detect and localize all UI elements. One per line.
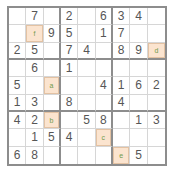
cell-r3c6[interactable] — [96, 43, 113, 60]
cell-r7c6[interactable]: 8 — [96, 112, 113, 129]
cell-r7c3[interactable]: b — [44, 112, 61, 129]
cell-r3c5[interactable]: 4 — [78, 43, 95, 60]
cell-r3c9[interactable]: d — [148, 43, 165, 60]
cell-r5c7[interactable]: 1 — [113, 77, 130, 94]
cell-r2c5[interactable] — [78, 25, 95, 42]
cell-r6c6[interactable] — [96, 95, 113, 112]
cell-r7c2[interactable]: 2 — [26, 112, 43, 129]
cell-r2c8[interactable] — [130, 25, 147, 42]
cell-r1c8[interactable]: 4 — [130, 8, 147, 25]
cell-r1c7[interactable]: 3 — [113, 8, 130, 25]
cell-r6c7[interactable]: 4 — [113, 95, 130, 112]
cell-r3c1[interactable]: 2 — [9, 43, 26, 60]
cell-r5c8[interactable]: 6 — [130, 77, 147, 94]
cell-r4c3[interactable] — [44, 60, 61, 77]
cell-r2c2[interactable]: f — [26, 25, 43, 42]
cell-r1c3[interactable] — [44, 8, 61, 25]
cell-r9c2[interactable]: 8 — [26, 147, 43, 164]
cell-r7c7[interactable] — [113, 112, 130, 129]
cell-r9c6[interactable] — [96, 147, 113, 164]
cell-r7c1[interactable]: 4 — [9, 112, 26, 129]
cell-r9c3[interactable] — [44, 147, 61, 164]
cell-label-a: a — [49, 82, 53, 89]
cell-r1c2[interactable]: 7 — [26, 8, 43, 25]
cell-r6c1[interactable]: 1 — [9, 95, 26, 112]
cell-label-d: d — [154, 47, 158, 54]
cell-r4c6[interactable] — [96, 60, 113, 77]
cell-r8c2[interactable]: 1 — [26, 129, 43, 146]
cell-r1c4[interactable]: 2 — [61, 8, 78, 25]
cell-r5c4[interactable] — [61, 77, 78, 94]
cell-r9c5[interactable] — [78, 147, 95, 164]
cell-r7c9[interactable]: 3 — [148, 112, 165, 129]
cell-r8c3[interactable]: 5 — [44, 129, 61, 146]
cell-r8c1[interactable] — [9, 129, 26, 146]
cell-r5c2[interactable] — [26, 77, 43, 94]
cell-r6c2[interactable]: 3 — [26, 95, 43, 112]
cell-r6c4[interactable]: 8 — [61, 95, 78, 112]
cell-r3c4[interactable]: 7 — [61, 43, 78, 60]
cell-r9c1[interactable]: 6 — [9, 147, 26, 164]
cell-r7c5[interactable]: 5 — [78, 112, 95, 129]
cell-r4c2[interactable]: 6 — [26, 60, 43, 77]
cell-r5c9[interactable]: 2 — [148, 77, 165, 94]
cell-r8c4[interactable]: 4 — [61, 129, 78, 146]
cell-r4c5[interactable] — [78, 60, 95, 77]
cell-r8c6[interactable]: c — [96, 129, 113, 146]
cell-r2c9[interactable] — [148, 25, 165, 42]
cell-label-b: b — [49, 117, 53, 124]
sudoku-board: 72634f9517257489d615a4162138442b5813154c… — [7, 6, 167, 166]
cell-r9c4[interactable] — [61, 147, 78, 164]
cell-r8c9[interactable] — [148, 129, 165, 146]
cell-label-f: f — [34, 30, 36, 37]
cell-label-e: e — [119, 152, 123, 159]
cell-r2c1[interactable] — [9, 25, 26, 42]
cell-r4c8[interactable] — [130, 60, 147, 77]
cell-r9c8[interactable]: 5 — [130, 147, 147, 164]
cell-r1c9[interactable] — [148, 8, 165, 25]
cell-r2c7[interactable]: 7 — [113, 25, 130, 42]
cell-r3c8[interactable]: 9 — [130, 43, 147, 60]
cell-r6c3[interactable] — [44, 95, 61, 112]
cell-r3c2[interactable]: 5 — [26, 43, 43, 60]
cell-r5c6[interactable]: 4 — [96, 77, 113, 94]
cell-r2c4[interactable]: 5 — [61, 25, 78, 42]
cell-r7c4[interactable] — [61, 112, 78, 129]
cell-r8c5[interactable] — [78, 129, 95, 146]
cell-r6c9[interactable] — [148, 95, 165, 112]
cell-r3c3[interactable] — [44, 43, 61, 60]
cell-r1c6[interactable]: 6 — [96, 8, 113, 25]
cell-label-c: c — [102, 134, 106, 141]
cell-r8c8[interactable] — [130, 129, 147, 146]
cell-r4c7[interactable] — [113, 60, 130, 77]
cell-r7c8[interactable]: 1 — [130, 112, 147, 129]
cell-r3c7[interactable]: 8 — [113, 43, 130, 60]
cell-r1c5[interactable] — [78, 8, 95, 25]
cell-r4c1[interactable] — [9, 60, 26, 77]
cell-r6c5[interactable] — [78, 95, 95, 112]
cell-r4c9[interactable] — [148, 60, 165, 77]
cell-r9c9[interactable] — [148, 147, 165, 164]
cell-r1c1[interactable] — [9, 8, 26, 25]
cell-r2c6[interactable]: 1 — [96, 25, 113, 42]
cell-r5c5[interactable] — [78, 77, 95, 94]
cell-r5c1[interactable]: 5 — [9, 77, 26, 94]
cell-r2c3[interactable]: 9 — [44, 25, 61, 42]
cell-r5c3[interactable]: a — [44, 77, 61, 94]
cell-r6c8[interactable] — [130, 95, 147, 112]
cell-r4c4[interactable]: 1 — [61, 60, 78, 77]
cell-r9c7[interactable]: e — [113, 147, 130, 164]
cell-r8c7[interactable] — [113, 129, 130, 146]
